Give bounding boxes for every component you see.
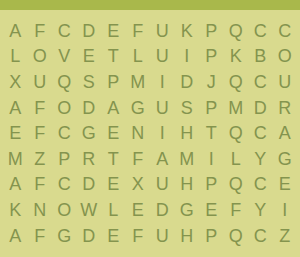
- grid-cell-r4c12[interactable]: R: [273, 95, 298, 121]
- grid-cell-r5c1[interactable]: E: [3, 120, 28, 146]
- grid-cell-r1c8[interactable]: K: [175, 18, 200, 44]
- grid-cell-r1c7[interactable]: U: [150, 18, 175, 44]
- grid-cell-r2c7[interactable]: U: [150, 44, 175, 70]
- grid-cell-r9c11[interactable]: C: [248, 223, 273, 249]
- grid-cell-r8c3[interactable]: O: [52, 197, 77, 223]
- grid-cell-r9c10[interactable]: Q: [224, 223, 249, 249]
- grid-cell-r4c3[interactable]: O: [52, 95, 77, 121]
- grid-cell-r5c10[interactable]: Q: [224, 120, 249, 146]
- grid-cell-r7c3[interactable]: C: [52, 172, 77, 198]
- grid-cell-r8c12[interactable]: I: [273, 197, 298, 223]
- grid-cell-r8c11[interactable]: Y: [248, 197, 273, 223]
- grid-cell-r1c3[interactable]: C: [52, 18, 77, 44]
- grid-cell-r3c4[interactable]: S: [77, 69, 102, 95]
- grid-cell-r4c7[interactable]: U: [150, 95, 175, 121]
- grid-cell-r8c8[interactable]: G: [175, 197, 200, 223]
- grid-cell-r9c5[interactable]: E: [101, 223, 126, 249]
- grid-cell-r1c10[interactable]: Q: [224, 18, 249, 44]
- grid-cell-r5c8[interactable]: H: [175, 120, 200, 146]
- grid-cell-r5c9[interactable]: T: [199, 120, 224, 146]
- grid-cell-r3c6[interactable]: M: [126, 69, 151, 95]
- grid-cell-r4c10[interactable]: M: [224, 95, 249, 121]
- letter-grid: AFCDEFUKPQCCLOVETLUIPKBOXUQSPMIDJQCUAFOD…: [0, 10, 300, 248]
- word-search-board: AFCDEFUKPQCCLOVETLUIPKBOXUQSPMIDJQCUAFOD…: [0, 0, 300, 257]
- grid-cell-r5c7[interactable]: I: [150, 120, 175, 146]
- grid-cell-r4c9[interactable]: P: [199, 95, 224, 121]
- grid-cell-r3c3[interactable]: Q: [52, 69, 77, 95]
- grid-cell-r1c2[interactable]: F: [28, 18, 53, 44]
- grid-cell-r6c7[interactable]: A: [150, 146, 175, 172]
- grid-cell-r6c8[interactable]: M: [175, 146, 200, 172]
- grid-cell-r1c9[interactable]: P: [199, 18, 224, 44]
- grid-cell-r7c5[interactable]: E: [101, 172, 126, 198]
- grid-cell-r5c4[interactable]: G: [77, 120, 102, 146]
- grid-cell-r3c11[interactable]: C: [248, 69, 273, 95]
- grid-cell-r1c4[interactable]: D: [77, 18, 102, 44]
- grid-cell-r8c9[interactable]: E: [199, 197, 224, 223]
- grid-cell-r5c3[interactable]: C: [52, 120, 77, 146]
- grid-cell-r7c10[interactable]: Q: [224, 172, 249, 198]
- grid-cell-r5c6[interactable]: N: [126, 120, 151, 146]
- grid-cell-r5c12[interactable]: A: [273, 120, 298, 146]
- grid-cell-r8c5[interactable]: L: [101, 197, 126, 223]
- grid-cell-r9c9[interactable]: P: [199, 223, 224, 249]
- grid-cell-r6c11[interactable]: Y: [248, 146, 273, 172]
- grid-cell-r6c1[interactable]: M: [3, 146, 28, 172]
- grid-cell-r6c5[interactable]: T: [101, 146, 126, 172]
- grid-cell-r8c1[interactable]: K: [3, 197, 28, 223]
- grid-cell-r1c5[interactable]: E: [101, 18, 126, 44]
- grid-cell-r2c3[interactable]: V: [52, 44, 77, 70]
- grid-cell-r7c9[interactable]: P: [199, 172, 224, 198]
- grid-cell-r7c6[interactable]: X: [126, 172, 151, 198]
- grid-cell-r6c10[interactable]: L: [224, 146, 249, 172]
- grid-cell-r3c2[interactable]: U: [28, 69, 53, 95]
- grid-cell-r2c2[interactable]: O: [28, 44, 53, 70]
- grid-cell-r8c4[interactable]: W: [77, 197, 102, 223]
- grid-cell-r2c8[interactable]: I: [175, 44, 200, 70]
- grid-cell-r3c9[interactable]: J: [199, 69, 224, 95]
- grid-cell-r9c3[interactable]: G: [52, 223, 77, 249]
- grid-cell-r9c2[interactable]: F: [28, 223, 53, 249]
- grid-cell-r4c6[interactable]: G: [126, 95, 151, 121]
- grid-cell-r8c6[interactable]: E: [126, 197, 151, 223]
- grid-cell-r9c8[interactable]: H: [175, 223, 200, 249]
- grid-cell-r4c5[interactable]: A: [101, 95, 126, 121]
- grid-cell-r9c7[interactable]: U: [150, 223, 175, 249]
- grid-cell-r2c4[interactable]: E: [77, 44, 102, 70]
- grid-cell-r3c5[interactable]: P: [101, 69, 126, 95]
- grid-cell-r7c4[interactable]: D: [77, 172, 102, 198]
- grid-cell-r6c6[interactable]: F: [126, 146, 151, 172]
- grid-cell-r2c6[interactable]: L: [126, 44, 151, 70]
- grid-cell-r8c7[interactable]: D: [150, 197, 175, 223]
- grid-cell-r2c5[interactable]: T: [101, 44, 126, 70]
- grid-cell-r4c8[interactable]: S: [175, 95, 200, 121]
- grid-cell-r7c7[interactable]: U: [150, 172, 175, 198]
- grid-cell-r3c8[interactable]: D: [175, 69, 200, 95]
- grid-cell-r9c12[interactable]: Z: [273, 223, 298, 249]
- grid-cell-r4c11[interactable]: D: [248, 95, 273, 121]
- grid-cell-r4c1[interactable]: A: [3, 95, 28, 121]
- grid-cell-r7c2[interactable]: F: [28, 172, 53, 198]
- grid-cell-r2c9[interactable]: P: [199, 44, 224, 70]
- grid-cell-r6c2[interactable]: Z: [28, 146, 53, 172]
- grid-cell-r9c1[interactable]: A: [3, 223, 28, 249]
- grid-cell-r3c10[interactable]: Q: [224, 69, 249, 95]
- grid-cell-r1c11[interactable]: C: [248, 18, 273, 44]
- grid-cell-r7c12[interactable]: E: [273, 172, 298, 198]
- grid-cell-r9c4[interactable]: D: [77, 223, 102, 249]
- grid-cell-r1c12[interactable]: C: [273, 18, 298, 44]
- grid-cell-r4c4[interactable]: D: [77, 95, 102, 121]
- grid-cell-r1c1[interactable]: A: [3, 18, 28, 44]
- grid-cell-r6c3[interactable]: P: [52, 146, 77, 172]
- grid-cell-r3c12[interactable]: U: [273, 69, 298, 95]
- grid-cell-r8c2[interactable]: N: [28, 197, 53, 223]
- grid-cell-r5c11[interactable]: C: [248, 120, 273, 146]
- grid-cell-r2c12[interactable]: O: [273, 44, 298, 70]
- grid-cell-r6c4[interactable]: R: [77, 146, 102, 172]
- grid-cell-r7c8[interactable]: H: [175, 172, 200, 198]
- grid-cell-r8c10[interactable]: F: [224, 197, 249, 223]
- grid-cell-r3c1[interactable]: X: [3, 69, 28, 95]
- grid-cell-r5c5[interactable]: E: [101, 120, 126, 146]
- grid-cell-r2c1[interactable]: L: [3, 44, 28, 70]
- grid-cell-r3c7[interactable]: I: [150, 69, 175, 95]
- grid-cell-r7c1[interactable]: A: [3, 172, 28, 198]
- top-band: [0, 0, 300, 10]
- grid-cell-r9c6[interactable]: F: [126, 223, 151, 249]
- grid-cell-r5c2[interactable]: F: [28, 120, 53, 146]
- grid-cell-r4c2[interactable]: F: [28, 95, 53, 121]
- grid-cell-r2c10[interactable]: K: [224, 44, 249, 70]
- grid-cell-r7c11[interactable]: C: [248, 172, 273, 198]
- grid-cell-r2c11[interactable]: B: [248, 44, 273, 70]
- grid-cell-r6c12[interactable]: G: [273, 146, 298, 172]
- grid-cell-r1c6[interactable]: F: [126, 18, 151, 44]
- grid-cell-r6c9[interactable]: I: [199, 146, 224, 172]
